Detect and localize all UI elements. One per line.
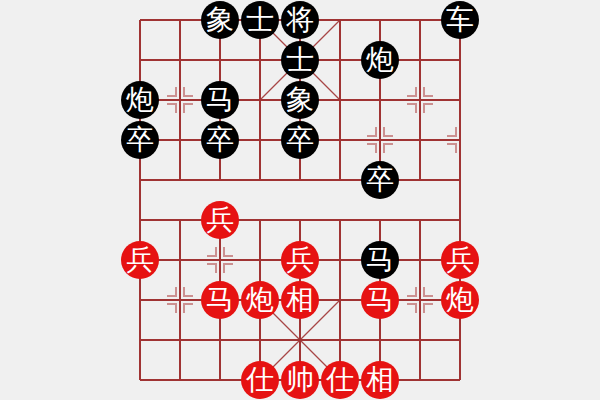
- piece-black-advisor[interactable]: 士: [281, 41, 319, 79]
- piece-red-soldier[interactable]: 兵: [441, 241, 479, 279]
- piece-red-general[interactable]: 帅: [281, 361, 319, 399]
- piece-black-cannon[interactable]: 炮: [361, 41, 399, 79]
- piece-red-cannon[interactable]: 炮: [441, 281, 479, 319]
- piece-red-soldier[interactable]: 兵: [121, 241, 159, 279]
- piece-red-advisor[interactable]: 仕: [241, 361, 279, 399]
- piece-black-chariot[interactable]: 车: [441, 1, 479, 39]
- piece-red-advisor[interactable]: 仕: [321, 361, 359, 399]
- piece-black-cannon[interactable]: 炮: [121, 81, 159, 119]
- piece-red-horse[interactable]: 马: [361, 281, 399, 319]
- piece-black-elephant[interactable]: 象: [201, 1, 239, 39]
- piece-black-horse[interactable]: 马: [361, 241, 399, 279]
- piece-red-soldier[interactable]: 兵: [281, 241, 319, 279]
- piece-black-soldier[interactable]: 卒: [121, 121, 159, 159]
- piece-red-elephant[interactable]: 相: [281, 281, 319, 319]
- piece-black-soldier[interactable]: 卒: [281, 121, 319, 159]
- piece-red-cannon[interactable]: 炮: [241, 281, 279, 319]
- piece-red-soldier[interactable]: 兵: [201, 201, 239, 239]
- piece-black-advisor[interactable]: 士: [241, 1, 279, 39]
- piece-black-horse[interactable]: 马: [201, 81, 239, 119]
- xiangqi-board: 象士将车士炮炮马象卒卒卒卒马兵兵兵兵马炮相马炮仕帅仕相: [0, 0, 600, 400]
- piece-red-elephant[interactable]: 相: [361, 361, 399, 399]
- piece-black-general[interactable]: 将: [281, 1, 319, 39]
- piece-red-horse[interactable]: 马: [201, 281, 239, 319]
- piece-black-elephant[interactable]: 象: [281, 81, 319, 119]
- board-grid[interactable]: 象士将车士炮炮马象卒卒卒卒马兵兵兵兵马炮相马炮仕帅仕相: [120, 0, 480, 400]
- piece-black-soldier[interactable]: 卒: [201, 121, 239, 159]
- piece-black-soldier[interactable]: 卒: [361, 161, 399, 199]
